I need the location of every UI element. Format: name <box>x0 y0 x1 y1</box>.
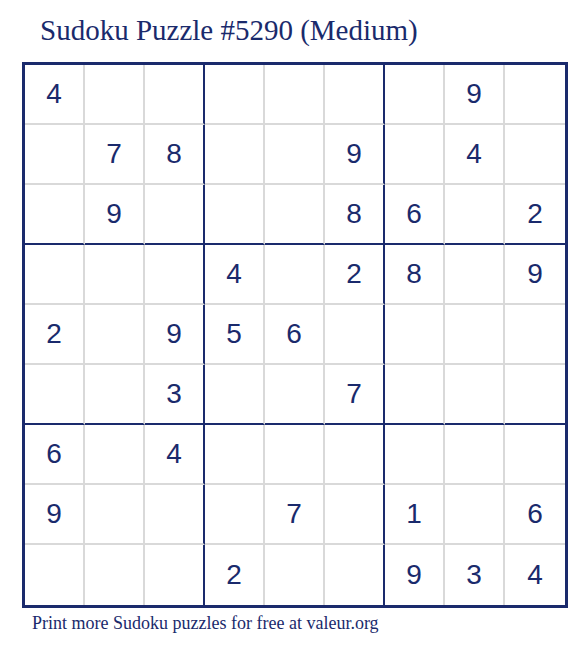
sudoku-cell[interactable] <box>205 425 265 485</box>
sudoku-cell[interactable] <box>385 425 445 485</box>
sudoku-cell[interactable] <box>505 65 565 125</box>
sudoku-cell[interactable] <box>265 185 325 245</box>
sudoku-cell[interactable] <box>385 125 445 185</box>
sudoku-cell[interactable] <box>445 245 505 305</box>
sudoku-cell[interactable]: 8 <box>385 245 445 305</box>
sudoku-cell[interactable] <box>385 305 445 365</box>
sudoku-cell[interactable]: 8 <box>145 125 205 185</box>
sudoku-cell[interactable] <box>505 125 565 185</box>
sudoku-cell[interactable] <box>205 185 265 245</box>
sudoku-cell[interactable]: 6 <box>505 485 565 545</box>
sudoku-cell[interactable]: 3 <box>145 365 205 425</box>
sudoku-cell[interactable]: 6 <box>25 425 85 485</box>
sudoku-cell[interactable] <box>25 245 85 305</box>
sudoku-cell[interactable] <box>145 245 205 305</box>
footer-note: Print more Sudoku puzzles for free at va… <box>32 613 379 634</box>
sudoku-cell[interactable]: 4 <box>145 425 205 485</box>
sudoku-cell[interactable]: 9 <box>385 545 445 605</box>
sudoku-cell[interactable] <box>325 485 385 545</box>
sudoku-cell[interactable] <box>265 365 325 425</box>
sudoku-cell[interactable] <box>265 245 325 305</box>
sudoku-cell[interactable] <box>205 65 265 125</box>
sudoku-cell[interactable]: 2 <box>25 305 85 365</box>
page-title: Sudoku Puzzle #5290 (Medium) <box>40 14 418 47</box>
sudoku-cell[interactable]: 7 <box>265 485 325 545</box>
sudoku-cell[interactable]: 2 <box>325 245 385 305</box>
sudoku-cell[interactable]: 9 <box>145 305 205 365</box>
sudoku-cell[interactable]: 9 <box>445 65 505 125</box>
sudoku-cell[interactable] <box>445 365 505 425</box>
sudoku-cell[interactable] <box>445 185 505 245</box>
sudoku-cell[interactable] <box>85 365 145 425</box>
sudoku-cell[interactable] <box>25 545 85 605</box>
sudoku-cell[interactable]: 2 <box>505 185 565 245</box>
sudoku-cell[interactable] <box>505 365 565 425</box>
sudoku-cell[interactable] <box>85 485 145 545</box>
sudoku-cell[interactable] <box>145 65 205 125</box>
sudoku-cell[interactable]: 4 <box>205 245 265 305</box>
sudoku-cell[interactable]: 6 <box>265 305 325 365</box>
sudoku-cell[interactable] <box>265 425 325 485</box>
sudoku-cell[interactable] <box>85 425 145 485</box>
sudoku-cell[interactable] <box>85 245 145 305</box>
sudoku-cell[interactable] <box>85 545 145 605</box>
sudoku-cell[interactable] <box>445 305 505 365</box>
sudoku-cell[interactable]: 9 <box>25 485 85 545</box>
sudoku-cell[interactable]: 6 <box>385 185 445 245</box>
sudoku-cell[interactable] <box>145 185 205 245</box>
sudoku-cell[interactable] <box>325 545 385 605</box>
sudoku-cell[interactable] <box>265 545 325 605</box>
sudoku-cell[interactable] <box>325 65 385 125</box>
sudoku-cell[interactable]: 4 <box>505 545 565 605</box>
sudoku-cell[interactable]: 9 <box>325 125 385 185</box>
sudoku-cell[interactable] <box>265 65 325 125</box>
sudoku-cell[interactable] <box>385 365 445 425</box>
sudoku-cell[interactable] <box>25 125 85 185</box>
sudoku-cell[interactable]: 2 <box>205 545 265 605</box>
sudoku-cell[interactable]: 5 <box>205 305 265 365</box>
sudoku-cell[interactable]: 1 <box>385 485 445 545</box>
sudoku-cell[interactable] <box>445 425 505 485</box>
sudoku-cell[interactable] <box>205 485 265 545</box>
sudoku-cell[interactable] <box>85 305 145 365</box>
sudoku-cell[interactable] <box>265 125 325 185</box>
sudoku-cell[interactable] <box>205 365 265 425</box>
sudoku-cell[interactable]: 7 <box>85 125 145 185</box>
sudoku-board: 497894986242892956376497162934 <box>22 62 568 608</box>
sudoku-cell[interactable]: 9 <box>505 245 565 305</box>
sudoku-cell[interactable] <box>205 125 265 185</box>
sudoku-cell[interactable]: 7 <box>325 365 385 425</box>
sudoku-cell[interactable] <box>25 185 85 245</box>
sudoku-cell[interactable] <box>505 305 565 365</box>
sudoku-cell[interactable] <box>505 425 565 485</box>
sudoku-cell[interactable] <box>85 65 145 125</box>
sudoku-cell[interactable]: 9 <box>85 185 145 245</box>
sudoku-cell[interactable] <box>145 485 205 545</box>
sudoku-cell[interactable]: 3 <box>445 545 505 605</box>
sudoku-cell[interactable] <box>325 425 385 485</box>
sudoku-cell[interactable]: 4 <box>25 65 85 125</box>
sudoku-cell[interactable] <box>445 485 505 545</box>
sudoku-cell[interactable]: 4 <box>445 125 505 185</box>
sudoku-cell[interactable]: 8 <box>325 185 385 245</box>
sudoku-cell[interactable] <box>25 365 85 425</box>
sudoku-cell[interactable] <box>145 545 205 605</box>
sudoku-cell[interactable] <box>325 305 385 365</box>
sudoku-cell[interactable] <box>385 65 445 125</box>
